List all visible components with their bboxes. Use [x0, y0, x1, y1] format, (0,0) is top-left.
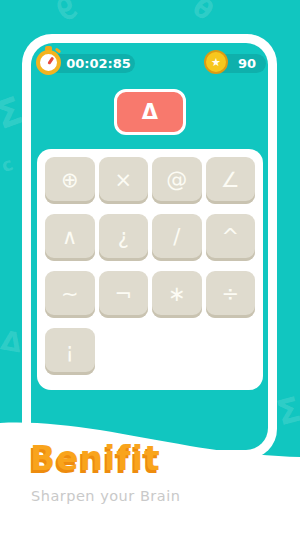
symbol-keypad: ⊕ × @ ∠ ∧ ¿ / ^ ∼ ¬ ∗ ÷ ¡	[37, 149, 263, 390]
symbol-key[interactable]: ¬	[99, 271, 149, 318]
symbol-key[interactable]: ¡	[45, 328, 95, 375]
symbol-key[interactable]: ∧	[45, 214, 95, 261]
symbol-key[interactable]: ×	[99, 157, 149, 204]
timer-value: 00:02:85	[66, 56, 131, 71]
symbol-key[interactable]: ÷	[206, 271, 256, 318]
app-title: Benifit	[30, 442, 161, 475]
symbol-key[interactable]: ∠	[206, 157, 256, 204]
symbol-key[interactable]: ¿	[99, 214, 149, 261]
background-curl-icon: ∂	[49, 0, 86, 28]
target-symbol-card: Δ	[114, 89, 186, 135]
app-tagline: Sharpen your Brain	[31, 489, 180, 504]
coin-count: 90	[238, 56, 256, 71]
background-theta-icon: θ	[188, 0, 218, 25]
star-icon: ★	[211, 57, 221, 68]
background-curve-icon: c	[0, 155, 15, 176]
footer-banner: Benifit Sharpen your Brain	[0, 420, 300, 533]
stopwatch-icon	[35, 46, 62, 76]
symbol-key[interactable]: ∼	[45, 271, 95, 318]
target-symbol: Δ	[142, 102, 158, 123]
symbol-key[interactable]: /	[152, 214, 202, 261]
background-delta-icon: Δ	[0, 326, 24, 356]
symbol-key[interactable]: ^	[206, 214, 256, 261]
game-screen: ∂ θ Σ c Δ Σ 00:02:85 90 ★ Δ ⊕ × @ ∠ ∧ ¿ …	[0, 0, 300, 533]
coin-star-icon: ★	[204, 50, 228, 74]
symbol-key[interactable]: ∗	[152, 271, 202, 318]
symbol-key[interactable]: @	[152, 157, 202, 204]
symbol-key[interactable]: ⊕	[45, 157, 95, 204]
